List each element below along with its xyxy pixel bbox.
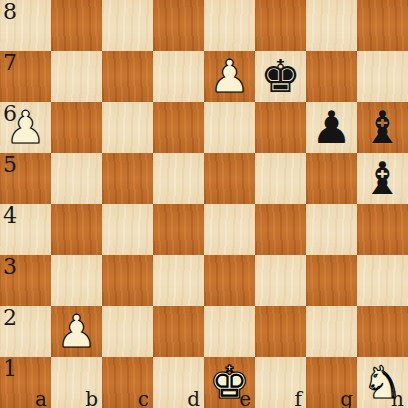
square-h7[interactable]: [357, 51, 408, 102]
square-b7[interactable]: [51, 51, 102, 102]
file-label-c: c: [138, 388, 149, 408]
square-f8[interactable]: [255, 0, 306, 51]
square-c4[interactable]: [102, 204, 153, 255]
square-a6[interactable]: 6♟: [0, 102, 51, 153]
square-e5[interactable]: [204, 153, 255, 204]
square-g6[interactable]: ♟: [306, 102, 357, 153]
square-e4[interactable]: [204, 204, 255, 255]
square-h4[interactable]: [357, 204, 408, 255]
square-e2[interactable]: [204, 306, 255, 357]
square-d7[interactable]: [153, 51, 204, 102]
square-f7[interactable]: ♚: [255, 51, 306, 102]
square-a4[interactable]: 4: [0, 204, 51, 255]
square-c6[interactable]: [102, 102, 153, 153]
file-label-b: b: [85, 388, 98, 408]
square-g7[interactable]: [306, 51, 357, 102]
square-g8[interactable]: [306, 0, 357, 51]
square-d6[interactable]: [153, 102, 204, 153]
square-g1[interactable]: g: [306, 357, 357, 408]
square-h5[interactable]: ♝: [357, 153, 408, 204]
square-a2[interactable]: 2: [0, 306, 51, 357]
square-d4[interactable]: [153, 204, 204, 255]
square-e6[interactable]: [204, 102, 255, 153]
piece-white-pawn-a6[interactable]: ♟: [0, 102, 51, 153]
file-label-f: f: [295, 388, 302, 408]
square-e3[interactable]: [204, 255, 255, 306]
square-d2[interactable]: [153, 306, 204, 357]
square-b3[interactable]: [51, 255, 102, 306]
square-e1[interactable]: e♚: [204, 357, 255, 408]
square-b8[interactable]: [51, 0, 102, 51]
square-f5[interactable]: [255, 153, 306, 204]
file-label-g: g: [340, 388, 353, 408]
square-h1[interactable]: h♞: [357, 357, 408, 408]
square-h6[interactable]: ♝: [357, 102, 408, 153]
square-c2[interactable]: [102, 306, 153, 357]
rank-label-7: 7: [3, 51, 17, 74]
square-d1[interactable]: d: [153, 357, 204, 408]
rank-label-8: 8: [3, 0, 17, 23]
square-b4[interactable]: [51, 204, 102, 255]
square-a8[interactable]: 8: [0, 0, 51, 51]
square-a1[interactable]: 1a: [0, 357, 51, 408]
file-label-d: d: [187, 388, 200, 408]
piece-black-pawn-g6[interactable]: ♟: [306, 102, 357, 153]
square-e8[interactable]: [204, 0, 255, 51]
square-g5[interactable]: [306, 153, 357, 204]
rank-label-3: 3: [3, 255, 17, 278]
rank-label-1: 1: [3, 357, 17, 380]
piece-white-knight-h1[interactable]: ♞: [357, 357, 408, 408]
square-b2[interactable]: ♟: [51, 306, 102, 357]
square-g2[interactable]: [306, 306, 357, 357]
piece-white-pawn-e7[interactable]: ♟: [204, 51, 255, 102]
piece-white-king-e1[interactable]: ♚: [204, 357, 255, 408]
square-f3[interactable]: [255, 255, 306, 306]
square-d5[interactable]: [153, 153, 204, 204]
square-a5[interactable]: 5: [0, 153, 51, 204]
square-e7[interactable]: ♟: [204, 51, 255, 102]
square-c1[interactable]: c: [102, 357, 153, 408]
square-b1[interactable]: b: [51, 357, 102, 408]
square-b5[interactable]: [51, 153, 102, 204]
square-h8[interactable]: [357, 0, 408, 51]
square-f1[interactable]: f: [255, 357, 306, 408]
chess-board: 87♟♚6♟♟♝5♝432♟1abcde♚fgh♞: [0, 0, 408, 408]
square-a7[interactable]: 7: [0, 51, 51, 102]
square-b6[interactable]: [51, 102, 102, 153]
square-g4[interactable]: [306, 204, 357, 255]
square-c7[interactable]: [102, 51, 153, 102]
square-g3[interactable]: [306, 255, 357, 306]
rank-label-5: 5: [3, 153, 17, 176]
square-d8[interactable]: [153, 0, 204, 51]
rank-label-2: 2: [3, 306, 17, 329]
square-a3[interactable]: 3: [0, 255, 51, 306]
rank-label-4: 4: [3, 204, 17, 227]
square-c3[interactable]: [102, 255, 153, 306]
piece-white-pawn-b2[interactable]: ♟: [51, 306, 102, 357]
square-h3[interactable]: [357, 255, 408, 306]
piece-black-king-f7[interactable]: ♚: [255, 51, 306, 102]
square-h2[interactable]: [357, 306, 408, 357]
square-f2[interactable]: [255, 306, 306, 357]
square-f4[interactable]: [255, 204, 306, 255]
piece-black-bishop-h5[interactable]: ♝: [357, 153, 408, 204]
square-c5[interactable]: [102, 153, 153, 204]
square-d3[interactable]: [153, 255, 204, 306]
piece-black-bishop-h6[interactable]: ♝: [357, 102, 408, 153]
square-f6[interactable]: [255, 102, 306, 153]
file-label-a: a: [35, 388, 47, 408]
square-c8[interactable]: [102, 0, 153, 51]
